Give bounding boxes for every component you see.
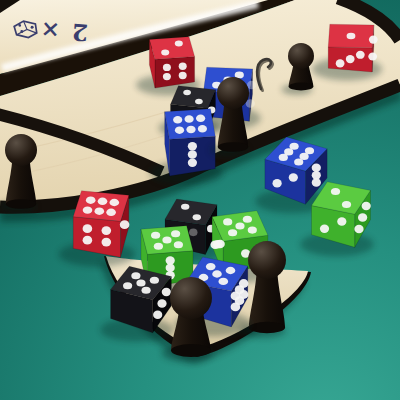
- dice-board-photo: 2 ×: [0, 0, 400, 400]
- board-svg: 2 ×: [0, 0, 400, 400]
- multiplier-text: 2 ×: [38, 16, 89, 46]
